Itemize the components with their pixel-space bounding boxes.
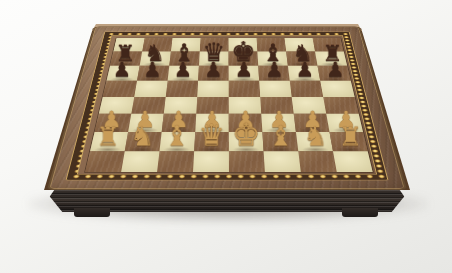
square-a6[interactable]: ♟ [107,66,140,81]
black-pawn-a6[interactable]: ♟ [107,59,137,80]
square-f5[interactable] [259,81,291,97]
square-e6[interactable]: ♟ [229,66,260,81]
square-d2[interactable]: ♛ [194,132,229,151]
black-pawn-b6[interactable]: ♟ [137,59,167,80]
white-bishop-c2[interactable]: ♝ [160,122,195,150]
white-bishop-f2[interactable]: ♝ [264,122,299,150]
square-c6[interactable]: ♟ [168,66,199,81]
square-a1[interactable] [85,151,125,172]
square-c2[interactable]: ♝ [159,132,195,151]
square-e2[interactable]: ♚ [229,132,264,151]
black-pawn-c6[interactable]: ♟ [168,59,198,80]
square-b2[interactable]: ♞ [125,132,162,151]
square-f1[interactable] [264,151,301,172]
chess-board: ♜♞♝♛♚♝♞♜♟♟♟♟♟♟♟♟♟♟♟♟♟♟♟♟♜♞♝♛♚♝♞♜ [47,26,407,190]
square-e1[interactable] [229,151,265,172]
square-h5[interactable] [320,81,354,97]
square-d1[interactable] [193,151,229,172]
black-pawn-h6[interactable]: ♟ [320,59,350,80]
white-king-e2[interactable]: ♚ [229,118,264,150]
square-h1[interactable] [333,151,373,172]
white-rook-h2[interactable]: ♜ [333,124,368,150]
square-a2[interactable]: ♜ [90,132,128,151]
square-d6[interactable]: ♟ [198,66,229,81]
walnut-frame: ♜♞♝♛♚♝♞♜♟♟♟♟♟♟♟♟♟♟♟♟♟♟♟♟♜♞♝♛♚♝♞♜ [47,26,407,190]
square-b5[interactable] [134,81,167,97]
square-g2[interactable]: ♞ [296,132,333,151]
black-pawn-e6[interactable]: ♟ [229,59,259,80]
board-foot-left [74,208,110,217]
square-b1[interactable] [121,151,159,172]
mosaic-inlay-border: ♜♞♝♛♚♝♞♜♟♟♟♟♟♟♟♟♟♟♟♟♟♟♟♟♜♞♝♛♚♝♞♜ [66,32,389,180]
square-h2[interactable]: ♜ [329,132,367,151]
square-h6[interactable]: ♟ [318,66,351,81]
inner-frame: ♜♞♝♛♚♝♞♜♟♟♟♟♟♟♟♟♟♟♟♟♟♟♟♟♜♞♝♛♚♝♞♜ [77,35,377,174]
square-e5[interactable] [229,81,261,97]
white-knight-b2[interactable]: ♞ [125,123,160,150]
square-d5[interactable] [197,81,228,97]
square-g6[interactable]: ♟ [288,66,320,81]
square-f6[interactable]: ♟ [258,66,289,81]
square-a5[interactable] [103,81,137,97]
square-c1[interactable] [157,151,194,172]
white-queen-d2[interactable]: ♛ [194,120,229,150]
black-pawn-g6[interactable]: ♟ [290,59,320,80]
square-c5[interactable] [166,81,198,97]
black-pawn-d6[interactable]: ♟ [198,59,228,80]
square-g5[interactable] [290,81,323,97]
black-pawn-f6[interactable]: ♟ [259,59,289,80]
white-rook-a2[interactable]: ♜ [90,124,125,150]
square-b6[interactable]: ♟ [137,66,169,81]
board-grid: ♜♞♝♛♚♝♞♜♟♟♟♟♟♟♟♟♟♟♟♟♟♟♟♟♜♞♝♛♚♝♞♜ [85,38,373,172]
square-g1[interactable] [298,151,336,172]
board-foot-right [342,208,378,217]
square-f2[interactable]: ♝ [262,132,298,151]
white-knight-g2[interactable]: ♞ [298,123,333,150]
chess-set-photo: ♜♞♝♛♚♝♞♜♟♟♟♟♟♟♟♟♟♟♟♟♟♟♟♟♜♞♝♛♚♝♞♜ [0,0,452,273]
